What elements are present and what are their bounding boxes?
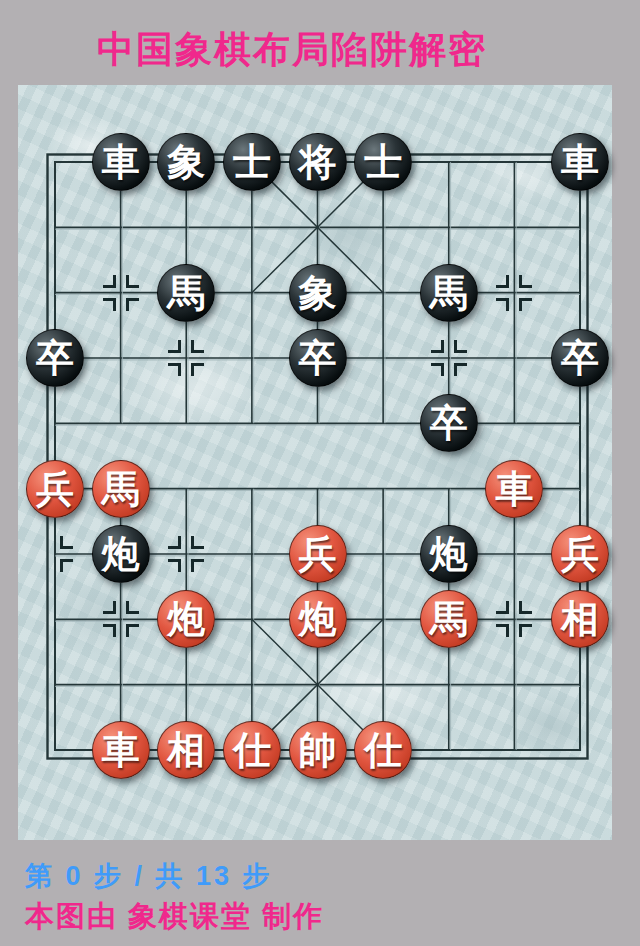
point-marker-corner xyxy=(496,275,509,288)
piece-black-chariot[interactable]: 車 xyxy=(92,133,150,191)
piece-glyph: 相 xyxy=(561,600,599,638)
piece-glyph: 炮 xyxy=(167,600,205,638)
piece-glyph: 兵 xyxy=(36,470,74,508)
point-marker-corner xyxy=(168,340,181,353)
piece-red-soldier[interactable]: 兵 xyxy=(26,460,84,518)
piece-glyph: 兵 xyxy=(561,535,599,573)
piece-glyph: 象 xyxy=(299,274,337,312)
piece-glyph: 卒 xyxy=(430,404,468,442)
point-marker-corner xyxy=(519,298,532,311)
piece-red-chariot[interactable]: 車 xyxy=(485,460,543,518)
piece-black-chariot[interactable]: 車 xyxy=(551,133,609,191)
point-marker-corner xyxy=(519,601,532,614)
piece-red-cannon[interactable]: 炮 xyxy=(289,590,347,648)
piece-glyph: 炮 xyxy=(102,535,140,573)
piece-glyph: 馬 xyxy=(167,274,205,312)
piece-red-soldier[interactable]: 兵 xyxy=(289,525,347,583)
point-marker-corner xyxy=(431,340,444,353)
piece-glyph: 卒 xyxy=(36,339,74,377)
piece-glyph: 車 xyxy=(102,731,140,769)
piece-glyph: 兵 xyxy=(299,535,337,573)
point-marker-corner xyxy=(126,624,139,637)
point-marker-corner xyxy=(191,559,204,572)
piece-black-advisor[interactable]: 士 xyxy=(223,133,281,191)
point-marker-corner xyxy=(103,275,116,288)
point-marker-corner xyxy=(60,559,73,572)
point-marker-corner xyxy=(103,298,116,311)
piece-glyph: 炮 xyxy=(430,535,468,573)
point-marker-corner xyxy=(454,340,467,353)
piece-glyph: 車 xyxy=(495,470,533,508)
point-marker-corner xyxy=(191,340,204,353)
point-marker-corner xyxy=(519,624,532,637)
piece-glyph: 仕 xyxy=(233,731,271,769)
piece-red-elephant[interactable]: 相 xyxy=(551,590,609,648)
piece-black-cannon[interactable]: 炮 xyxy=(92,525,150,583)
point-marker-corner xyxy=(496,298,509,311)
point-marker-corner xyxy=(431,363,444,376)
point-marker-corner xyxy=(168,559,181,572)
piece-glyph: 象 xyxy=(167,143,205,181)
piece-glyph: 馬 xyxy=(102,470,140,508)
point-marker-corner xyxy=(168,536,181,549)
piece-glyph: 卒 xyxy=(299,339,337,377)
piece-glyph: 車 xyxy=(102,143,140,181)
point-marker-corner xyxy=(496,601,509,614)
xiangqi-board: 車象士将士車馬象馬卒卒卒卒兵馬車炮兵炮兵炮炮馬相車相仕帥仕 xyxy=(18,85,612,840)
piece-black-advisor[interactable]: 士 xyxy=(354,133,412,191)
point-marker-corner xyxy=(191,536,204,549)
piece-red-advisor[interactable]: 仕 xyxy=(223,721,281,779)
piece-black-elephant[interactable]: 象 xyxy=(157,133,215,191)
point-marker-corner xyxy=(126,298,139,311)
piece-glyph: 士 xyxy=(364,143,402,181)
piece-glyph: 帥 xyxy=(299,731,337,769)
piece-black-horse[interactable]: 馬 xyxy=(420,264,478,322)
piece-black-horse[interactable]: 馬 xyxy=(157,264,215,322)
piece-red-horse[interactable]: 馬 xyxy=(420,590,478,648)
credit-text: 本图由 象棋课堂 制作 xyxy=(25,897,324,937)
piece-glyph: 士 xyxy=(233,143,271,181)
piece-glyph: 馬 xyxy=(430,274,468,312)
piece-red-horse[interactable]: 馬 xyxy=(92,460,150,518)
piece-red-soldier[interactable]: 兵 xyxy=(551,525,609,583)
piece-glyph: 馬 xyxy=(430,600,468,638)
piece-black-cannon[interactable]: 炮 xyxy=(420,525,478,583)
piece-black-soldier[interactable]: 卒 xyxy=(26,329,84,387)
piece-black-elephant[interactable]: 象 xyxy=(289,264,347,322)
piece-glyph: 炮 xyxy=(299,600,337,638)
piece-black-soldier[interactable]: 卒 xyxy=(289,329,347,387)
piece-glyph: 仕 xyxy=(364,731,402,769)
point-marker-corner xyxy=(126,275,139,288)
point-marker-corner xyxy=(60,536,73,549)
point-marker-corner xyxy=(126,601,139,614)
piece-glyph: 車 xyxy=(561,143,599,181)
piece-glyph: 将 xyxy=(299,143,337,181)
point-marker-corner xyxy=(519,275,532,288)
piece-glyph: 相 xyxy=(167,731,205,769)
piece-black-soldier[interactable]: 卒 xyxy=(420,394,478,452)
point-marker-corner xyxy=(168,363,181,376)
point-marker-corner xyxy=(103,601,116,614)
point-marker-corner xyxy=(496,624,509,637)
piece-red-chariot[interactable]: 車 xyxy=(92,721,150,779)
step-counter: 第 0 步 / 共 13 步 xyxy=(25,858,273,894)
point-marker-corner xyxy=(191,363,204,376)
page-title: 中国象棋布局陷阱解密 xyxy=(97,25,487,75)
piece-black-general[interactable]: 将 xyxy=(289,133,347,191)
piece-red-advisor[interactable]: 仕 xyxy=(354,721,412,779)
piece-red-elephant[interactable]: 相 xyxy=(157,721,215,779)
piece-red-general[interactable]: 帥 xyxy=(289,721,347,779)
point-marker-corner xyxy=(454,363,467,376)
piece-black-soldier[interactable]: 卒 xyxy=(551,329,609,387)
piece-glyph: 卒 xyxy=(561,339,599,377)
point-marker-corner xyxy=(103,624,116,637)
